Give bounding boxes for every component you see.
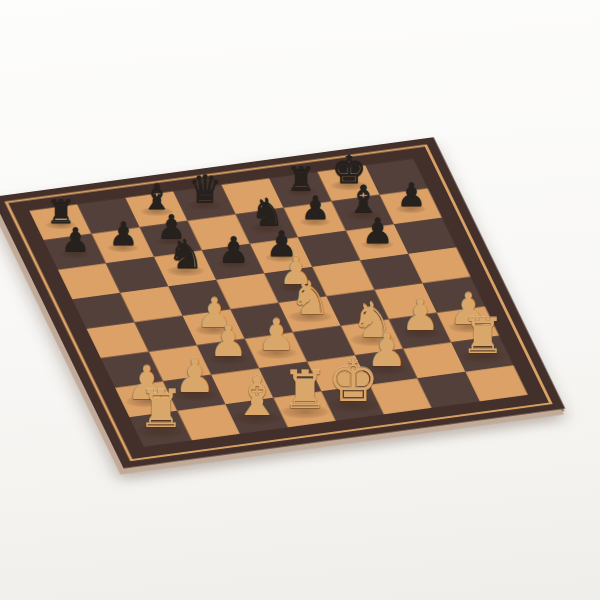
piece-white-pawn-d3: ♟ <box>257 313 296 357</box>
piece-white-rook-h2: ♜ <box>461 312 505 361</box>
piece-black-pawn-h7: ♟ <box>397 178 426 211</box>
piece-black-pawn-a7: ♟ <box>61 224 90 257</box>
piece-black-pawn-b7: ♟ <box>109 217 138 250</box>
piece-black-queen-d8: ♛ <box>188 170 222 208</box>
piece-black-pawn-d6: ♟ <box>218 232 250 267</box>
piece-white-rook-d1: ♜ <box>282 365 329 417</box>
photo-of-chess-game: ♚♜♛♟♝♝♟♜♞♟♟♟♟♟♟♞♟♞♟♟♟♞♟♜♟♟♟♟♚♜♝♜ <box>0 0 600 600</box>
piece-white-king-e1: ♚ <box>327 353 379 411</box>
piece-white-bishop-c1: ♝ <box>233 370 281 424</box>
piece-black-knight-c6: ♞ <box>167 234 203 274</box>
piece-white-rook-a1: ♜ <box>138 384 185 436</box>
piece-black-pawn-g6: ♟ <box>362 212 394 247</box>
piece-black-pawn-f7: ♟ <box>301 191 330 224</box>
